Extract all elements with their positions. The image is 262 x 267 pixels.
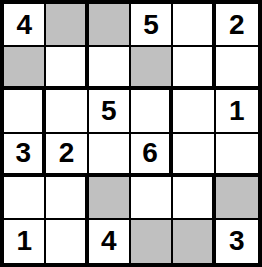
cell-r5c1[interactable] xyxy=(4,177,46,220)
cell-r3c4[interactable] xyxy=(131,90,173,133)
cell-r2c1[interactable] xyxy=(4,47,46,90)
cell-r2c6[interactable] xyxy=(216,47,258,90)
cell-r5c6[interactable] xyxy=(216,177,258,220)
cell-r3c3[interactable]: 5 xyxy=(89,90,131,133)
cell-r3c5[interactable] xyxy=(173,90,215,133)
cell-r2c5[interactable] xyxy=(173,47,215,90)
cell-r6c6[interactable]: 3 xyxy=(216,220,258,263)
cell-r4c4[interactable]: 6 xyxy=(131,134,173,177)
cell-r5c3[interactable] xyxy=(89,177,131,220)
cell-r1c3[interactable] xyxy=(89,4,131,47)
cell-r4c5[interactable] xyxy=(173,134,215,177)
cell-r6c2[interactable] xyxy=(46,220,88,263)
cell-r4c3[interactable] xyxy=(89,134,131,177)
cell-r5c4[interactable] xyxy=(131,177,173,220)
puzzle-board: 45251326143 xyxy=(0,0,262,267)
cell-r3c6[interactable]: 1 xyxy=(216,90,258,133)
cell-r4c1[interactable]: 3 xyxy=(4,134,46,177)
cell-r4c2[interactable]: 2 xyxy=(46,134,88,177)
cell-r1c4[interactable]: 5 xyxy=(131,4,173,47)
cell-r6c4[interactable] xyxy=(131,220,173,263)
cell-r5c5[interactable] xyxy=(173,177,215,220)
cell-r6c5[interactable] xyxy=(173,220,215,263)
cell-r2c2[interactable] xyxy=(46,47,88,90)
cell-r2c4[interactable] xyxy=(131,47,173,90)
cell-r6c3[interactable]: 4 xyxy=(89,220,131,263)
cell-r5c2[interactable] xyxy=(46,177,88,220)
cell-r4c6[interactable] xyxy=(216,134,258,177)
cell-r6c1[interactable]: 1 xyxy=(4,220,46,263)
cell-r2c3[interactable] xyxy=(89,47,131,90)
cell-r1c2[interactable] xyxy=(46,4,88,47)
cell-r1c1[interactable]: 4 xyxy=(4,4,46,47)
cell-r1c6[interactable]: 2 xyxy=(216,4,258,47)
cell-r3c2[interactable] xyxy=(46,90,88,133)
cell-r3c1[interactable] xyxy=(4,90,46,133)
cell-r1c5[interactable] xyxy=(173,4,215,47)
